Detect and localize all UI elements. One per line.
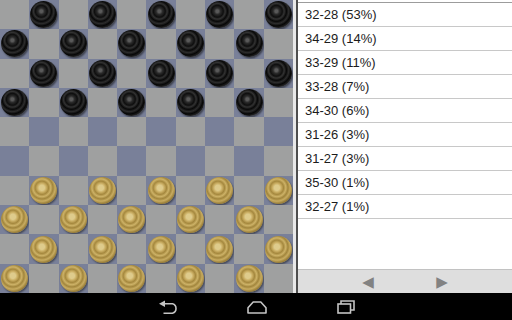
white-piece[interactable] — [89, 177, 116, 204]
board-square[interactable] — [205, 176, 234, 205]
checkers-app: 32-28 (53%)34-29 (14%)33-29 (11%)33-28 (… — [0, 0, 512, 320]
white-piece[interactable] — [30, 236, 57, 263]
board-square — [205, 29, 234, 58]
black-piece[interactable] — [1, 30, 28, 57]
recents-button[interactable] — [327, 293, 365, 320]
board-square — [0, 176, 29, 205]
black-piece[interactable] — [265, 60, 292, 87]
board-square[interactable] — [29, 176, 58, 205]
board-square — [205, 264, 234, 293]
white-piece[interactable] — [206, 177, 233, 204]
board-square[interactable] — [0, 146, 29, 175]
board-square — [234, 59, 263, 88]
board-square[interactable] — [146, 0, 175, 29]
board-square — [117, 117, 146, 146]
board-square — [264, 264, 293, 293]
board-square[interactable] — [264, 59, 293, 88]
board-square[interactable] — [117, 88, 146, 117]
board-square[interactable] — [59, 146, 88, 175]
white-piece[interactable] — [177, 206, 204, 233]
board-square — [88, 146, 117, 175]
black-piece[interactable] — [118, 89, 145, 116]
board-square[interactable] — [205, 117, 234, 146]
board-square — [88, 264, 117, 293]
board-square — [234, 234, 263, 263]
black-piece[interactable] — [1, 89, 28, 116]
board-square — [29, 146, 58, 175]
move-list-item[interactable]: 35-30 (1%) — [298, 171, 512, 195]
board-square[interactable] — [146, 117, 175, 146]
board-square[interactable] — [205, 0, 234, 29]
board-square — [176, 176, 205, 205]
move-list-item[interactable]: 34-30 (6%) — [298, 99, 512, 123]
black-piece[interactable] — [236, 89, 263, 116]
board-square[interactable] — [29, 117, 58, 146]
black-piece[interactable] — [206, 60, 233, 87]
white-piece[interactable] — [148, 236, 175, 263]
board-square[interactable] — [234, 205, 263, 234]
board-square — [59, 59, 88, 88]
white-piece[interactable] — [236, 265, 263, 292]
board-square — [59, 176, 88, 205]
next-move-button[interactable]: ▶ — [422, 271, 462, 293]
black-piece[interactable] — [265, 1, 292, 28]
board-square[interactable] — [234, 264, 263, 293]
board-square — [205, 146, 234, 175]
board-square[interactable] — [264, 117, 293, 146]
white-piece[interactable] — [265, 177, 292, 204]
move-list-item[interactable]: 32-27 (1%) — [298, 195, 512, 219]
white-piece[interactable] — [177, 265, 204, 292]
board-square[interactable] — [88, 0, 117, 29]
white-piece[interactable] — [60, 206, 87, 233]
board-square[interactable] — [29, 59, 58, 88]
board-square[interactable] — [29, 234, 58, 263]
board-square[interactable] — [29, 0, 58, 29]
board-square[interactable] — [0, 29, 29, 58]
home-icon — [247, 300, 267, 314]
board-square[interactable] — [88, 117, 117, 146]
black-piece[interactable] — [206, 1, 233, 28]
board-square — [117, 234, 146, 263]
board-square — [205, 205, 234, 234]
checkers-board — [0, 0, 293, 293]
board-square[interactable] — [264, 176, 293, 205]
board-square[interactable] — [88, 234, 117, 263]
board-square[interactable] — [146, 59, 175, 88]
black-piece[interactable] — [148, 1, 175, 28]
board-square[interactable] — [205, 234, 234, 263]
white-piece[interactable] — [118, 265, 145, 292]
black-piece[interactable] — [89, 60, 116, 87]
black-piece[interactable] — [30, 1, 57, 28]
board-square — [29, 264, 58, 293]
board-square[interactable] — [234, 146, 263, 175]
move-list-item[interactable]: 34-29 (14%) — [298, 27, 512, 51]
board-square[interactable] — [59, 205, 88, 234]
board-square — [176, 59, 205, 88]
board-square[interactable] — [176, 88, 205, 117]
board-square[interactable] — [264, 0, 293, 29]
board-square[interactable] — [0, 264, 29, 293]
board-square — [146, 29, 175, 58]
board-square — [29, 205, 58, 234]
board-square — [234, 176, 263, 205]
board-square[interactable] — [117, 146, 146, 175]
board-square[interactable] — [88, 176, 117, 205]
board-square — [59, 117, 88, 146]
white-piece[interactable] — [118, 206, 145, 233]
prev-triangle-icon: ◀ — [362, 273, 374, 291]
board-square — [176, 234, 205, 263]
android-navbar — [0, 293, 512, 320]
move-list-item[interactable]: 31-27 (3%) — [298, 147, 512, 171]
board-square — [117, 176, 146, 205]
board-square[interactable] — [264, 234, 293, 263]
board-square — [234, 117, 263, 146]
board-square — [176, 117, 205, 146]
board-square — [0, 0, 29, 29]
board-square[interactable] — [176, 146, 205, 175]
move-list: 32-28 (53%)34-29 (14%)33-29 (11%)33-28 (… — [298, 2, 512, 219]
board-square[interactable] — [0, 205, 29, 234]
board-square — [88, 29, 117, 58]
back-icon — [158, 300, 182, 314]
board-square — [88, 205, 117, 234]
white-piece[interactable] — [265, 236, 292, 263]
home-button[interactable] — [238, 293, 276, 320]
board-square — [146, 88, 175, 117]
move-list-item[interactable]: 32-28 (53%) — [298, 3, 512, 27]
board-square — [146, 205, 175, 234]
back-button[interactable] — [151, 293, 189, 320]
board-square — [0, 59, 29, 88]
board-square[interactable] — [205, 59, 234, 88]
board-square — [88, 88, 117, 117]
recents-icon — [337, 300, 355, 314]
board-square[interactable] — [117, 264, 146, 293]
black-piece[interactable] — [60, 30, 87, 57]
white-piece[interactable] — [60, 265, 87, 292]
board-square — [264, 146, 293, 175]
black-piece[interactable] — [60, 89, 87, 116]
board-square — [29, 29, 58, 58]
board-square[interactable] — [0, 88, 29, 117]
board-square[interactable] — [88, 59, 117, 88]
move-list-item[interactable]: 31-26 (3%) — [298, 123, 512, 147]
white-piece[interactable] — [148, 177, 175, 204]
black-piece[interactable] — [89, 1, 116, 28]
board-square — [176, 0, 205, 29]
black-piece[interactable] — [177, 30, 204, 57]
board-square — [264, 29, 293, 58]
board-square[interactable] — [176, 205, 205, 234]
board-square — [117, 59, 146, 88]
pager-bar: ◀ ▶ — [298, 269, 512, 293]
board-square — [59, 0, 88, 29]
white-piece[interactable] — [206, 236, 233, 263]
white-piece[interactable] — [89, 236, 116, 263]
prev-move-button[interactable]: ◀ — [348, 271, 388, 293]
black-piece[interactable] — [236, 30, 263, 57]
board-square — [264, 88, 293, 117]
board-square[interactable] — [146, 176, 175, 205]
board-square[interactable] — [59, 29, 88, 58]
black-piece[interactable] — [30, 60, 57, 87]
board-square[interactable] — [234, 29, 263, 58]
board-square — [146, 264, 175, 293]
board-square[interactable] — [117, 29, 146, 58]
white-piece[interactable] — [236, 206, 263, 233]
board-square[interactable] — [59, 264, 88, 293]
board-square[interactable] — [117, 205, 146, 234]
board-square[interactable] — [176, 264, 205, 293]
next-triangle-icon: ▶ — [436, 273, 448, 291]
board-square[interactable] — [59, 88, 88, 117]
board-square — [205, 88, 234, 117]
move-list-panel: 32-28 (53%)34-29 (14%)33-29 (11%)33-28 (… — [293, 0, 512, 293]
board-square — [29, 88, 58, 117]
move-list-item[interactable]: 33-28 (7%) — [298, 75, 512, 99]
black-piece[interactable] — [177, 89, 204, 116]
board-square — [0, 234, 29, 263]
board-square — [146, 146, 175, 175]
board-square — [59, 234, 88, 263]
board-square[interactable] — [146, 234, 175, 263]
board-square — [0, 117, 29, 146]
black-piece[interactable] — [148, 60, 175, 87]
white-piece[interactable] — [30, 177, 57, 204]
white-piece[interactable] — [1, 265, 28, 292]
white-piece[interactable] — [1, 206, 28, 233]
board-square[interactable] — [176, 29, 205, 58]
move-list-item[interactable]: 33-29 (11%) — [298, 51, 512, 75]
board-square[interactable] — [234, 88, 263, 117]
board-square — [264, 205, 293, 234]
board-square — [117, 0, 146, 29]
board-square — [234, 0, 263, 29]
black-piece[interactable] — [118, 30, 145, 57]
